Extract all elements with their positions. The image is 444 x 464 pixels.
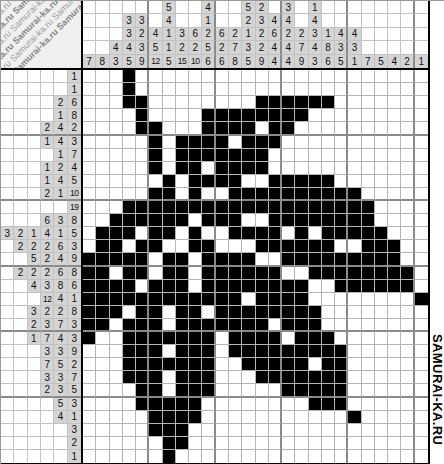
grid-cell[interactable] — [335, 136, 348, 149]
grid-cell[interactable] — [96, 122, 109, 135]
grid-cell[interactable] — [335, 240, 348, 253]
grid-cell[interactable] — [202, 398, 215, 411]
grid-cell[interactable] — [202, 149, 215, 162]
grid-cell[interactable] — [110, 306, 123, 319]
grid-cell[interactable] — [388, 267, 401, 280]
grid-cell[interactable] — [242, 345, 255, 358]
grid-cell[interactable] — [401, 227, 414, 240]
grid-cell[interactable] — [189, 162, 202, 175]
grid-cell[interactable] — [401, 136, 414, 149]
grid-cell[interactable] — [388, 162, 401, 175]
grid-cell[interactable] — [375, 201, 388, 214]
grid-cell[interactable] — [176, 358, 189, 371]
grid-cell[interactable] — [415, 345, 428, 358]
grid-cell[interactable] — [295, 240, 308, 253]
grid-cell[interactable] — [309, 96, 322, 109]
grid-cell[interactable] — [149, 319, 162, 332]
grid-cell[interactable] — [256, 175, 269, 188]
grid-cell[interactable] — [362, 70, 375, 83]
grid-cell[interactable] — [322, 332, 335, 345]
grid-cell[interactable] — [96, 371, 109, 384]
grid-cell[interactable] — [163, 240, 176, 253]
grid-cell[interactable] — [229, 253, 242, 266]
grid-cell[interactable] — [322, 437, 335, 450]
grid-cell[interactable] — [123, 122, 136, 135]
grid-cell[interactable] — [375, 280, 388, 293]
grid-cell[interactable] — [189, 293, 202, 306]
grid-cell[interactable] — [202, 253, 215, 266]
grid-cell[interactable] — [83, 175, 96, 188]
grid-cell[interactable] — [110, 227, 123, 240]
grid-cell[interactable] — [216, 319, 229, 332]
grid-cell[interactable] — [136, 371, 149, 384]
grid-cell[interactable] — [149, 306, 162, 319]
grid-cell[interactable] — [401, 162, 414, 175]
grid-cell[interactable] — [202, 240, 215, 253]
grid-cell[interactable] — [256, 149, 269, 162]
grid-cell[interactable] — [375, 437, 388, 450]
grid-cell[interactable] — [123, 70, 136, 83]
grid-cell[interactable] — [375, 253, 388, 266]
grid-cell[interactable] — [163, 188, 176, 201]
grid-cell[interactable] — [176, 384, 189, 397]
grid-cell[interactable] — [322, 162, 335, 175]
grid-cell[interactable] — [163, 227, 176, 240]
grid-cell[interactable] — [96, 319, 109, 332]
grid-cell[interactable] — [242, 214, 255, 227]
grid-cell[interactable] — [202, 214, 215, 227]
grid-cell[interactable] — [335, 96, 348, 109]
grid-cell[interactable] — [136, 149, 149, 162]
grid-cell[interactable] — [216, 345, 229, 358]
grid-cell[interactable] — [348, 371, 361, 384]
grid-cell[interactable] — [282, 201, 295, 214]
grid-cell[interactable] — [136, 253, 149, 266]
grid-cell[interactable] — [256, 201, 269, 214]
grid-cell[interactable] — [282, 96, 295, 109]
grid-cell[interactable] — [216, 122, 229, 135]
grid-cell[interactable] — [256, 83, 269, 96]
grid-cell[interactable] — [163, 450, 176, 463]
grid-cell[interactable] — [295, 136, 308, 149]
grid-cell[interactable] — [348, 96, 361, 109]
grid-cell[interactable] — [322, 188, 335, 201]
grid-cell[interactable] — [189, 201, 202, 214]
grid-cell[interactable] — [149, 280, 162, 293]
grid-cell[interactable] — [348, 437, 361, 450]
grid-cell[interactable] — [335, 371, 348, 384]
grid-cell[interactable] — [348, 188, 361, 201]
grid-cell[interactable] — [189, 450, 202, 463]
grid-cell[interactable] — [295, 450, 308, 463]
grid-cell[interactable] — [163, 398, 176, 411]
grid-cell[interactable] — [348, 267, 361, 280]
grid-cell[interactable] — [348, 109, 361, 122]
grid-cell[interactable] — [256, 384, 269, 397]
grid-cell[interactable] — [202, 136, 215, 149]
grid-cell[interactable] — [322, 280, 335, 293]
grid-cell[interactable] — [415, 188, 428, 201]
grid-cell[interactable] — [96, 293, 109, 306]
grid-cell[interactable] — [362, 358, 375, 371]
grid-cell[interactable] — [335, 306, 348, 319]
grid-cell[interactable] — [96, 306, 109, 319]
grid-cell[interactable] — [176, 175, 189, 188]
grid-cell[interactable] — [388, 411, 401, 424]
grid-cell[interactable] — [136, 109, 149, 122]
grid-cell[interactable] — [388, 83, 401, 96]
grid-cell[interactable] — [282, 188, 295, 201]
grid-cell[interactable] — [136, 188, 149, 201]
grid-cell[interactable] — [322, 70, 335, 83]
grid-cell[interactable] — [256, 450, 269, 463]
grid-cell[interactable] — [415, 398, 428, 411]
grid-cell[interactable] — [348, 70, 361, 83]
grid-cell[interactable] — [110, 83, 123, 96]
grid-cell[interactable] — [96, 332, 109, 345]
grid-cell[interactable] — [322, 319, 335, 332]
grid-cell[interactable] — [348, 136, 361, 149]
grid-cell[interactable] — [110, 371, 123, 384]
grid-cell[interactable] — [96, 70, 109, 83]
grid-cell[interactable] — [282, 345, 295, 358]
grid-cell[interactable] — [242, 437, 255, 450]
grid-cell[interactable] — [123, 96, 136, 109]
grid-cell[interactable] — [189, 253, 202, 266]
grid-cell[interactable] — [309, 280, 322, 293]
grid-cell[interactable] — [163, 358, 176, 371]
grid-cell[interactable] — [229, 136, 242, 149]
grid-cell[interactable] — [362, 280, 375, 293]
grid-cell[interactable] — [149, 83, 162, 96]
grid-cell[interactable] — [309, 214, 322, 227]
grid-cell[interactable] — [322, 398, 335, 411]
grid-cell[interactable] — [242, 188, 255, 201]
grid-cell[interactable] — [149, 424, 162, 437]
grid-cell[interactable] — [375, 122, 388, 135]
grid-cell[interactable] — [269, 411, 282, 424]
grid-cell[interactable] — [415, 332, 428, 345]
grid-cell[interactable] — [282, 109, 295, 122]
grid-cell[interactable] — [375, 227, 388, 240]
grid-cell[interactable] — [415, 240, 428, 253]
grid-cell[interactable] — [309, 345, 322, 358]
grid-cell[interactable] — [229, 358, 242, 371]
grid-cell[interactable] — [110, 293, 123, 306]
grid-cell[interactable] — [348, 332, 361, 345]
grid-cell[interactable] — [83, 70, 96, 83]
grid-cell[interactable] — [362, 188, 375, 201]
grid-cell[interactable] — [136, 332, 149, 345]
grid-cell[interactable] — [362, 293, 375, 306]
grid-cell[interactable] — [362, 214, 375, 227]
grid-cell[interactable] — [110, 280, 123, 293]
grid-cell[interactable] — [295, 437, 308, 450]
grid-cell[interactable] — [256, 306, 269, 319]
grid-cell[interactable] — [388, 437, 401, 450]
grid-cell[interactable] — [269, 306, 282, 319]
grid-cell[interactable] — [322, 384, 335, 397]
grid-cell[interactable] — [136, 214, 149, 227]
grid-cell[interactable] — [322, 96, 335, 109]
grid-cell[interactable] — [348, 345, 361, 358]
grid-cell[interactable] — [282, 450, 295, 463]
grid-cell[interactable] — [229, 437, 242, 450]
grid-cell[interactable] — [335, 424, 348, 437]
grid-cell[interactable] — [123, 253, 136, 266]
grid-cell[interactable] — [149, 122, 162, 135]
grid-cell[interactable] — [83, 293, 96, 306]
grid-cell[interactable] — [123, 201, 136, 214]
grid-cell[interactable] — [415, 96, 428, 109]
grid-cell[interactable] — [375, 162, 388, 175]
grid-cell[interactable] — [348, 201, 361, 214]
grid-cell[interactable] — [96, 437, 109, 450]
grid-cell[interactable] — [269, 214, 282, 227]
grid-cell[interactable] — [362, 398, 375, 411]
grid-cell[interactable] — [309, 384, 322, 397]
grid-cell[interactable] — [335, 188, 348, 201]
grid-cell[interactable] — [295, 83, 308, 96]
grid-cell[interactable] — [388, 280, 401, 293]
grid-cell[interactable] — [96, 253, 109, 266]
grid-cell[interactable] — [401, 240, 414, 253]
grid-cell[interactable] — [136, 96, 149, 109]
grid-cell[interactable] — [322, 83, 335, 96]
grid-cell[interactable] — [216, 358, 229, 371]
grid-cell[interactable] — [149, 358, 162, 371]
grid-cell[interactable] — [269, 122, 282, 135]
grid-cell[interactable] — [202, 188, 215, 201]
grid-cell[interactable] — [362, 122, 375, 135]
grid-cell[interactable] — [83, 227, 96, 240]
grid-cell[interactable] — [256, 267, 269, 280]
grid-cell[interactable] — [415, 70, 428, 83]
grid-cell[interactable] — [83, 306, 96, 319]
grid-cell[interactable] — [136, 70, 149, 83]
grid-cell[interactable] — [202, 358, 215, 371]
grid-cell[interactable] — [362, 175, 375, 188]
grid-cell[interactable] — [242, 424, 255, 437]
grid-cell[interactable] — [202, 201, 215, 214]
grid-cell[interactable] — [242, 175, 255, 188]
grid-cell[interactable] — [136, 122, 149, 135]
grid-cell[interactable] — [110, 253, 123, 266]
grid-cell[interactable] — [282, 240, 295, 253]
grid-cell[interactable] — [83, 83, 96, 96]
grid-cell[interactable] — [322, 371, 335, 384]
grid-cell[interactable] — [242, 227, 255, 240]
grid-cell[interactable] — [335, 398, 348, 411]
grid-cell[interactable] — [202, 280, 215, 293]
grid-cell[interactable] — [110, 398, 123, 411]
grid-cell[interactable] — [322, 253, 335, 266]
grid-cell[interactable] — [348, 424, 361, 437]
grid-cell[interactable] — [176, 70, 189, 83]
grid-cell[interactable] — [216, 371, 229, 384]
grid-cell[interactable] — [176, 319, 189, 332]
grid-cell[interactable] — [256, 371, 269, 384]
grid-cell[interactable] — [176, 149, 189, 162]
grid-cell[interactable] — [189, 175, 202, 188]
grid-cell[interactable] — [216, 201, 229, 214]
grid-cell[interactable] — [136, 175, 149, 188]
grid-cell[interactable] — [163, 424, 176, 437]
grid-cell[interactable] — [163, 201, 176, 214]
grid-cell[interactable] — [415, 83, 428, 96]
grid-cell[interactable] — [335, 384, 348, 397]
grid-cell[interactable] — [96, 384, 109, 397]
grid-cell[interactable] — [309, 83, 322, 96]
grid-cell[interactable] — [110, 175, 123, 188]
grid-cell[interactable] — [176, 109, 189, 122]
grid-cell[interactable] — [242, 109, 255, 122]
grid-cell[interactable] — [348, 214, 361, 227]
grid-cell[interactable] — [110, 188, 123, 201]
grid-cell[interactable] — [335, 267, 348, 280]
grid-cell[interactable] — [256, 188, 269, 201]
grid-cell[interactable] — [295, 149, 308, 162]
grid-cell[interactable] — [256, 253, 269, 266]
grid-cell[interactable] — [229, 371, 242, 384]
grid-cell[interactable] — [176, 280, 189, 293]
grid-cell[interactable] — [375, 345, 388, 358]
grid-cell[interactable] — [83, 424, 96, 437]
grid-cell[interactable] — [189, 122, 202, 135]
grid-cell[interactable] — [388, 96, 401, 109]
grid-cell[interactable] — [388, 319, 401, 332]
grid-cell[interactable] — [415, 384, 428, 397]
grid-cell[interactable] — [256, 437, 269, 450]
grid-cell[interactable] — [216, 280, 229, 293]
grid-cell[interactable] — [295, 411, 308, 424]
grid-cell[interactable] — [269, 424, 282, 437]
grid-cell[interactable] — [96, 450, 109, 463]
grid-cell[interactable] — [202, 96, 215, 109]
grid-cell[interactable] — [269, 437, 282, 450]
grid-cell[interactable] — [375, 384, 388, 397]
grid-cell[interactable] — [216, 188, 229, 201]
grid-cell[interactable] — [401, 188, 414, 201]
grid-cell[interactable] — [136, 267, 149, 280]
grid-cell[interactable] — [242, 411, 255, 424]
grid-cell[interactable] — [216, 306, 229, 319]
grid-cell[interactable] — [375, 240, 388, 253]
grid-cell[interactable] — [216, 136, 229, 149]
grid-cell[interactable] — [96, 280, 109, 293]
grid-cell[interactable] — [123, 83, 136, 96]
grid-cell[interactable] — [83, 358, 96, 371]
grid-cell[interactable] — [348, 306, 361, 319]
grid-cell[interactable] — [176, 188, 189, 201]
grid-cell[interactable] — [362, 83, 375, 96]
grid-cell[interactable] — [216, 149, 229, 162]
grid-cell[interactable] — [415, 450, 428, 463]
grid-cell[interactable] — [375, 83, 388, 96]
grid-cell[interactable] — [189, 280, 202, 293]
grid-cell[interactable] — [269, 162, 282, 175]
grid-cell[interactable] — [269, 293, 282, 306]
grid-cell[interactable] — [163, 319, 176, 332]
grid-cell[interactable] — [189, 96, 202, 109]
grid-cell[interactable] — [163, 162, 176, 175]
grid-cell[interactable] — [176, 293, 189, 306]
grid-cell[interactable] — [309, 437, 322, 450]
grid-cell[interactable] — [242, 83, 255, 96]
grid-cell[interactable] — [242, 398, 255, 411]
grid-cell[interactable] — [123, 398, 136, 411]
grid-cell[interactable] — [401, 358, 414, 371]
grid-cell[interactable] — [96, 83, 109, 96]
grid-cell[interactable] — [401, 332, 414, 345]
grid-cell[interactable] — [123, 293, 136, 306]
grid-cell[interactable] — [202, 450, 215, 463]
grid-cell[interactable] — [375, 267, 388, 280]
grid-cell[interactable] — [136, 411, 149, 424]
grid-cell[interactable] — [136, 358, 149, 371]
grid-cell[interactable] — [362, 109, 375, 122]
grid-cell[interactable] — [83, 188, 96, 201]
grid-cell[interactable] — [202, 162, 215, 175]
grid-cell[interactable] — [362, 424, 375, 437]
grid-cell[interactable] — [123, 319, 136, 332]
grid-cell[interactable] — [309, 424, 322, 437]
grid-cell[interactable] — [216, 83, 229, 96]
grid-cell[interactable] — [309, 450, 322, 463]
grid-cell[interactable] — [216, 437, 229, 450]
grid-cell[interactable] — [322, 175, 335, 188]
grid-cell[interactable] — [309, 188, 322, 201]
grid-cell[interactable] — [375, 332, 388, 345]
grid-cell[interactable] — [282, 293, 295, 306]
grid-cell[interactable] — [295, 122, 308, 135]
grid-cell[interactable] — [256, 280, 269, 293]
grid-cell[interactable] — [189, 109, 202, 122]
grid-cell[interactable] — [401, 345, 414, 358]
grid-cell[interactable] — [136, 227, 149, 240]
grid-cell[interactable] — [123, 227, 136, 240]
grid-cell[interactable] — [216, 253, 229, 266]
grid-cell[interactable] — [123, 411, 136, 424]
grid-cell[interactable] — [282, 175, 295, 188]
grid-cell[interactable] — [269, 149, 282, 162]
grid-cell[interactable] — [375, 149, 388, 162]
grid-cell[interactable] — [401, 122, 414, 135]
grid-cell[interactable] — [242, 267, 255, 280]
grid-cell[interactable] — [123, 332, 136, 345]
grid-cell[interactable] — [256, 227, 269, 240]
grid-cell[interactable] — [295, 175, 308, 188]
grid-cell[interactable] — [309, 70, 322, 83]
grid-cell[interactable] — [309, 267, 322, 280]
grid-cell[interactable] — [216, 293, 229, 306]
grid-cell[interactable] — [282, 149, 295, 162]
grid-cell[interactable] — [123, 345, 136, 358]
grid-cell[interactable] — [123, 214, 136, 227]
grid-cell[interactable] — [176, 345, 189, 358]
grid-cell[interactable] — [189, 345, 202, 358]
grid-cell[interactable] — [123, 384, 136, 397]
grid-cell[interactable] — [149, 175, 162, 188]
grid-cell[interactable] — [163, 70, 176, 83]
grid-cell[interactable] — [110, 136, 123, 149]
grid-cell[interactable] — [322, 201, 335, 214]
grid-cell[interactable] — [176, 214, 189, 227]
grid-cell[interactable] — [83, 398, 96, 411]
grid-cell[interactable] — [242, 162, 255, 175]
grid-cell[interactable] — [335, 332, 348, 345]
grid-cell[interactable] — [282, 267, 295, 280]
